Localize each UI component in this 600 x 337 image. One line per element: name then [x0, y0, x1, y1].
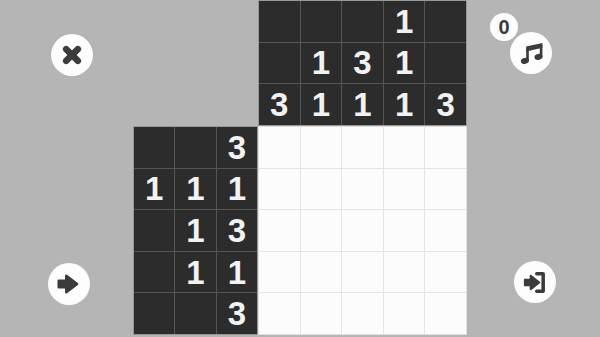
- board-cell-r2c4[interactable]: [384, 169, 425, 210]
- close-icon: [58, 41, 86, 69]
- nonogram-board: 113131113 311113113: [133, 0, 467, 335]
- board-cell-r1c1[interactable]: [259, 127, 300, 168]
- column-clue-cell-r3c3: 1: [342, 84, 383, 125]
- board-cell-r3c5[interactable]: [425, 210, 466, 251]
- row-clue-cell-r2c1: 1: [134, 169, 174, 210]
- music-button[interactable]: [510, 32, 552, 74]
- board-cell-r2c5[interactable]: [425, 169, 466, 210]
- row-clue-cell-r4c2: 1: [175, 252, 215, 293]
- row-clue-cell-r5c2: [175, 293, 215, 334]
- puzzle-grid: [258, 126, 467, 335]
- column-clue-cell-r2c4: 1: [384, 43, 425, 84]
- column-clue-cell-r3c2: 1: [301, 84, 342, 125]
- column-clue-cell-r1c5: [425, 1, 466, 42]
- column-clue-cell-r2c3: 3: [342, 43, 383, 84]
- column-clue-cell-r1c2: [301, 1, 342, 42]
- board-cell-r1c2[interactable]: [301, 127, 342, 168]
- row-clue-cell-r3c1: [134, 210, 174, 251]
- board-cell-r4c4[interactable]: [384, 252, 425, 293]
- row-clue-cell-r2c2: 1: [175, 169, 215, 210]
- board-cell-r3c4[interactable]: [384, 210, 425, 251]
- row-clue-cell-r4c3: 1: [217, 252, 257, 293]
- column-clue-cell-r3c1: 3: [259, 84, 300, 125]
- game-stage: 0 113131113 311113113: [0, 0, 600, 337]
- board-cell-r1c4[interactable]: [384, 127, 425, 168]
- board-cell-r4c1[interactable]: [259, 252, 300, 293]
- board-cell-r5c2[interactable]: [301, 293, 342, 334]
- board-cell-r5c4[interactable]: [384, 293, 425, 334]
- board-cell-r1c3[interactable]: [342, 127, 383, 168]
- counter-badge: 0: [490, 13, 518, 41]
- board-cell-r4c5[interactable]: [425, 252, 466, 293]
- board-cell-r4c2[interactable]: [301, 252, 342, 293]
- column-clue-cell-r2c5: [425, 43, 466, 84]
- close-button[interactable]: [51, 34, 93, 76]
- music-icon: [518, 40, 544, 66]
- exit-icon: [522, 269, 549, 296]
- board-cell-r5c3[interactable]: [342, 293, 383, 334]
- row-clue-cell-r4c1: [134, 252, 174, 293]
- exit-button[interactable]: [514, 261, 556, 303]
- row-clue-cell-r1c2: [175, 127, 215, 168]
- board-cell-r4c3[interactable]: [342, 252, 383, 293]
- board-cell-r3c2[interactable]: [301, 210, 342, 251]
- board-cell-r5c5[interactable]: [425, 293, 466, 334]
- row-clue-cell-r3c3: 3: [217, 210, 257, 251]
- row-clue-cell-r3c2: 1: [175, 210, 215, 251]
- column-clue-cell-r1c3: [342, 1, 383, 42]
- next-button[interactable]: [48, 263, 90, 305]
- board-cell-r5c1[interactable]: [259, 293, 300, 334]
- board-cell-r3c1[interactable]: [259, 210, 300, 251]
- row-clues: 311113113: [133, 126, 258, 335]
- column-clue-cell-r1c1: [259, 1, 300, 42]
- column-clue-cell-r2c2: 1: [301, 43, 342, 84]
- row-clue-cell-r1c1: [134, 127, 174, 168]
- column-clue-cell-r1c4: 1: [384, 1, 425, 42]
- column-clue-cell-r2c1: [259, 43, 300, 84]
- board-cell-r3c3[interactable]: [342, 210, 383, 251]
- column-clue-cell-r3c4: 1: [384, 84, 425, 125]
- counter-value: 0: [498, 16, 509, 39]
- row-clue-cell-r2c3: 1: [217, 169, 257, 210]
- board-cell-r2c1[interactable]: [259, 169, 300, 210]
- column-clues: 113131113: [258, 0, 467, 126]
- row-clue-cell-r5c1: [134, 293, 174, 334]
- row-clue-cell-r5c3: 3: [217, 293, 257, 334]
- column-clue-cell-r3c5: 3: [425, 84, 466, 125]
- board-cell-r2c2[interactable]: [301, 169, 342, 210]
- board-cell-r2c3[interactable]: [342, 169, 383, 210]
- arrow-right-icon: [55, 270, 83, 298]
- board-cell-r1c5[interactable]: [425, 127, 466, 168]
- row-clue-cell-r1c3: 3: [217, 127, 257, 168]
